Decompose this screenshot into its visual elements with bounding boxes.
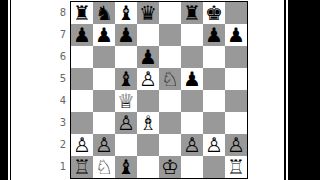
square-e8: [159, 2, 181, 24]
chess-board: ♜♞♝♛♜♚♟♟♟♟♟♟♝♙♘♟♕♙♗♙♙♙♙♙♖♘♝♔♖: [70, 1, 248, 179]
square-c2: [115, 134, 137, 156]
rank-label-5: 5: [46, 68, 66, 90]
frame-line-left: [10, 0, 11, 180]
black-rook-f8: ♜: [181, 2, 203, 24]
square-g4: [203, 90, 225, 112]
square-f1: [181, 156, 203, 178]
white-pawn-c3: ♙: [115, 112, 137, 134]
white-king-e1: ♔: [159, 156, 181, 178]
square-f6: [181, 46, 203, 68]
square-d4: [137, 90, 159, 112]
rank-label-8: 8: [46, 2, 66, 24]
white-pawn-g2: ♙: [203, 134, 225, 156]
rank-label-3: 3: [46, 112, 66, 134]
white-knight-e5: ♘: [159, 68, 181, 90]
square-b5: [93, 68, 115, 90]
white-pawn-d5: ♙: [137, 68, 159, 90]
square-a4: [71, 90, 93, 112]
rank-label-2: 2: [46, 134, 66, 156]
square-e7: [159, 24, 181, 46]
square-g5: [203, 68, 225, 90]
white-bishop-d3: ♗: [137, 112, 159, 134]
white-pawn-b2: ♙: [93, 134, 115, 156]
rank-label-7: 7: [46, 24, 66, 46]
black-pawn-b7: ♟: [93, 24, 115, 46]
black-bishop-c1: ♝: [115, 156, 137, 178]
black-pawn-c7: ♟: [115, 24, 137, 46]
black-rook-a8: ♜: [71, 2, 93, 24]
rank-label-4: 4: [46, 90, 66, 112]
square-h6: [225, 46, 247, 68]
square-e6: [159, 46, 181, 68]
black-pawn-f5: ♟: [181, 68, 203, 90]
video-frame: 87654321 ♜♞♝♛♜♚♟♟♟♟♟♟♝♙♘♟♕♙♗♙♙♙♙♙♖♘♝♔♖: [0, 0, 320, 180]
square-g1: [203, 156, 225, 178]
square-d7: [137, 24, 159, 46]
square-h5: [225, 68, 247, 90]
square-f3: [181, 112, 203, 134]
white-rook-h1: ♖: [225, 156, 247, 178]
black-bishop-c8: ♝: [115, 2, 137, 24]
rank-label-1: 1: [46, 156, 66, 178]
square-c6: [115, 46, 137, 68]
white-pawn-h2: ♙: [225, 134, 247, 156]
white-queen-c4: ♕: [115, 90, 137, 112]
black-pawn-g7: ♟: [203, 24, 225, 46]
square-a3: [71, 112, 93, 134]
white-pawn-f2: ♙: [181, 134, 203, 156]
square-a5: [71, 68, 93, 90]
square-b4: [93, 90, 115, 112]
square-f4: [181, 90, 203, 112]
black-knight-b8: ♞: [93, 2, 115, 24]
square-f7: [181, 24, 203, 46]
rank-label-6: 6: [46, 46, 66, 68]
rank-labels: 87654321: [46, 2, 66, 178]
square-e3: [159, 112, 181, 134]
letterbox-right: [288, 0, 320, 180]
square-h3: [225, 112, 247, 134]
black-bishop-c5: ♝: [115, 68, 137, 90]
black-king-g8: ♚: [203, 2, 225, 24]
square-g6: [203, 46, 225, 68]
white-knight-b1: ♘: [93, 156, 115, 178]
square-e2: [159, 134, 181, 156]
square-h8: [225, 2, 247, 24]
white-pawn-a2: ♙: [71, 134, 93, 156]
frame-line-right: [284, 0, 286, 180]
square-h4: [225, 90, 247, 112]
white-rook-a1: ♖: [71, 156, 93, 178]
black-queen-d8: ♛: [137, 2, 159, 24]
square-b6: [93, 46, 115, 68]
square-e4: [159, 90, 181, 112]
square-g3: [203, 112, 225, 134]
black-pawn-h7: ♟: [225, 24, 247, 46]
letterbox-left: [0, 0, 8, 180]
square-a6: [71, 46, 93, 68]
black-pawn-a7: ♟: [71, 24, 93, 46]
square-b3: [93, 112, 115, 134]
black-pawn-d6: ♟: [137, 46, 159, 68]
square-d2: [137, 134, 159, 156]
square-d1: [137, 156, 159, 178]
